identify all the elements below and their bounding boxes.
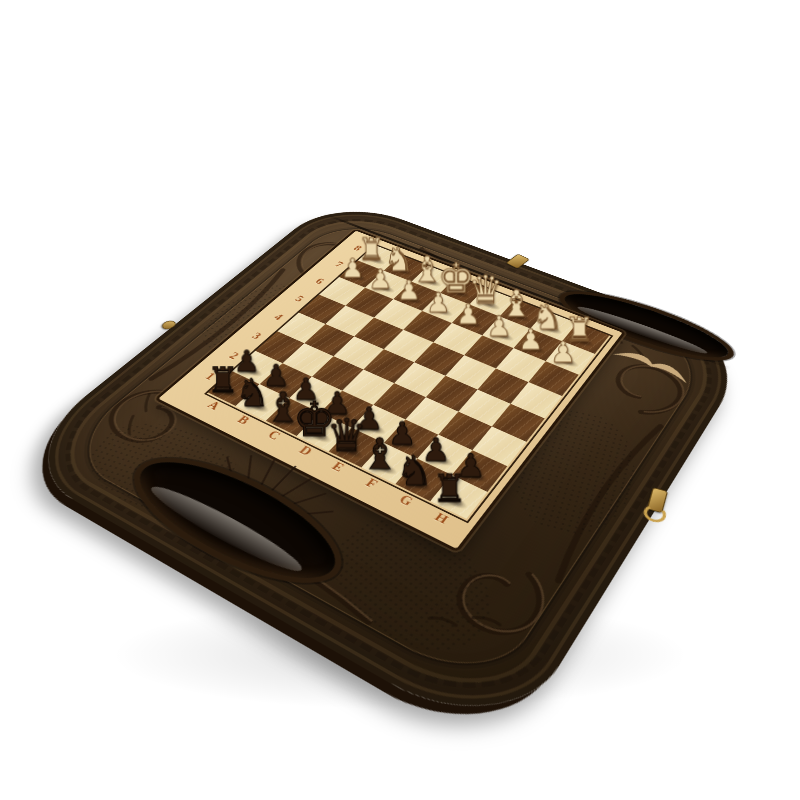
light-pawn-d7[interactable]: ♟ (426, 289, 451, 316)
light-pawn-c7[interactable]: ♟ (397, 277, 421, 304)
light-pawn-a7[interactable]: ♟ (341, 255, 365, 281)
dark-rook-h1[interactable]: ♜ (432, 470, 467, 509)
dark-bishop-f1[interactable]: ♝ (361, 432, 399, 475)
light-pawn-h7[interactable]: ♟ (550, 338, 576, 367)
light-pawn-e7[interactable]: ♟ (456, 301, 481, 329)
dark-knight-g1[interactable]: ♞ (396, 450, 433, 491)
light-pawn-g7[interactable]: ♟ (518, 325, 544, 354)
light-pawn-b7[interactable]: ♟ (368, 266, 392, 293)
light-pawn-f7[interactable]: ♟ (486, 313, 511, 341)
photo-background: 8♜♞♝♚♛♝♞♜7♟♟♟♟♟♟♟♟65432♟♟♟♟♟♟♟♟1♜♞♝♚♛♝♞♜… (0, 0, 800, 800)
dark-rook-a1[interactable]: ♜ (207, 363, 238, 398)
